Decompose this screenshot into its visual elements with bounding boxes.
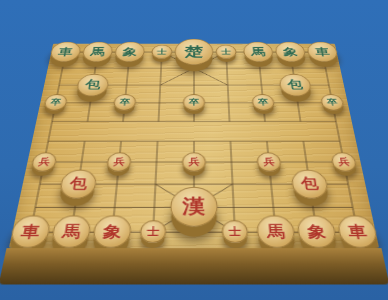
piece-red-horse-left[interactable]: 馬 [50, 216, 92, 249]
piece-red-advisor-right[interactable]: 士 [221, 221, 248, 244]
piece-green-cannon-right[interactable]: 包 [278, 74, 312, 96]
piece-red-soldier-2[interactable]: 兵 [106, 152, 132, 171]
piece-green-chariot-right[interactable]: 車 [306, 42, 339, 62]
piece-green-soldier-1[interactable]: 卒 [43, 95, 68, 111]
piece-red-soldier-4[interactable]: 兵 [256, 152, 282, 171]
piece-green-advisor-right[interactable]: 士 [216, 45, 237, 59]
piece-red-elephant-left[interactable]: 象 [92, 216, 133, 249]
piece-red-soldier-3[interactable]: 兵 [182, 152, 206, 171]
piece-red-general-han[interactable]: 漢 [170, 187, 219, 227]
piece-green-general-chu[interactable]: 楚 [174, 39, 213, 65]
piece-green-chariot-left[interactable]: 車 [49, 42, 82, 62]
piece-green-horse-right[interactable]: 馬 [243, 42, 274, 62]
piece-red-soldier-1[interactable]: 兵 [30, 152, 58, 171]
piece-red-horse-right[interactable]: 馬 [256, 216, 297, 249]
piece-green-soldier-2[interactable]: 卒 [113, 95, 137, 111]
piece-red-cannon-right[interactable]: 包 [290, 169, 330, 198]
piece-green-elephant-left[interactable]: 象 [114, 42, 145, 62]
piece-green-cannon-left[interactable]: 包 [76, 74, 110, 96]
piece-green-soldier-4[interactable]: 卒 [251, 95, 275, 111]
xiangqi-board[interactable]: 車馬象士楚士馬象車包包卒卒卒卒卒兵兵兵兵兵包包漢車馬象士士馬象車 [9, 44, 379, 248]
piece-red-elephant-right[interactable]: 象 [296, 216, 338, 249]
piece-green-soldier-3[interactable]: 卒 [183, 95, 205, 111]
board-perspective-wrap: 車馬象士楚士馬象車包包卒卒卒卒卒兵兵兵兵兵包包漢車馬象士士馬象車 [9, 44, 379, 248]
piece-red-advisor-left[interactable]: 士 [139, 221, 166, 244]
piece-red-cannon-left[interactable]: 包 [58, 169, 98, 198]
piece-green-advisor-left[interactable]: 士 [151, 45, 172, 59]
piece-green-horse-left[interactable]: 馬 [81, 42, 113, 62]
photo-background: 車馬象士楚士馬象車包包卒卒卒卒卒兵兵兵兵兵包包漢車馬象士士馬象車 [0, 0, 388, 300]
board-front-edge [0, 248, 388, 284]
piece-red-soldier-5[interactable]: 兵 [330, 152, 358, 171]
piece-green-elephant-right[interactable]: 象 [274, 42, 306, 62]
pieces-layer: 車馬象士楚士馬象車包包卒卒卒卒卒兵兵兵兵兵包包漢車馬象士士馬象車 [9, 44, 379, 248]
piece-green-soldier-5[interactable]: 卒 [320, 95, 345, 111]
piece-red-chariot-left[interactable]: 車 [8, 216, 52, 249]
piece-red-chariot-right[interactable]: 車 [336, 216, 380, 249]
